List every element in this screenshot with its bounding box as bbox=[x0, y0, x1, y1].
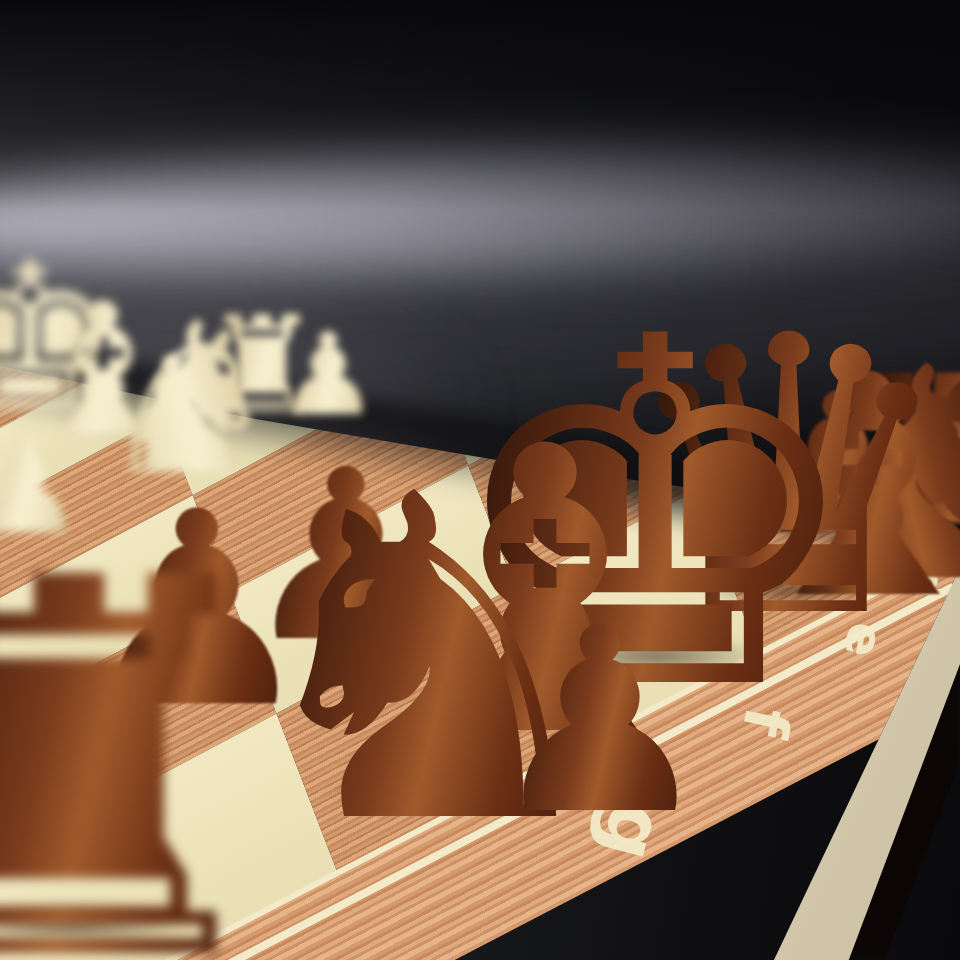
brown-rook-h1: ♜ bbox=[0, 512, 303, 960]
chess-set-photo: gfed ♜♟♟♞♝♟♚♛♝♞♜♟♟♚♝♞♟♜♟ bbox=[0, 0, 960, 960]
brown-pawn-e2: ♟ bbox=[485, 593, 715, 849]
